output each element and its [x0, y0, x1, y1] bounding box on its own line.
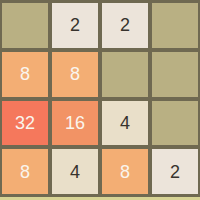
empty-cell — [152, 52, 198, 97]
tile-2: 2 — [102, 3, 148, 48]
empty-cell — [152, 101, 198, 146]
app-screen: 2288321648482 — [0, 0, 200, 200]
board-grid[interactable]: 2288321648482 — [0, 0, 200, 197]
tile-8: 8 — [2, 149, 48, 194]
empty-cell — [152, 3, 198, 48]
tile-8: 8 — [102, 149, 148, 194]
tile-2: 2 — [52, 3, 98, 48]
empty-cell — [2, 3, 48, 48]
tile-4: 4 — [102, 101, 148, 146]
tile-8: 8 — [2, 52, 48, 97]
background-strip — [0, 197, 200, 200]
tile-8: 8 — [52, 52, 98, 97]
tile-2: 2 — [152, 149, 198, 194]
empty-cell — [102, 52, 148, 97]
tile-32: 32 — [2, 101, 48, 146]
tile-4: 4 — [52, 149, 98, 194]
tile-16: 16 — [52, 101, 98, 146]
